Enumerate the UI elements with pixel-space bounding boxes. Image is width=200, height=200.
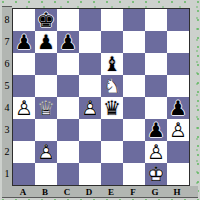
white-piece-outline: ♙	[13, 97, 35, 119]
black-pawn[interactable]: ♟	[13, 31, 35, 53]
square-a1[interactable]	[13, 163, 35, 185]
square-d1[interactable]	[79, 163, 101, 185]
black-piece-glyph: ♝	[101, 53, 123, 75]
square-b8[interactable]: ♚	[35, 9, 57, 31]
white-piece-outline: ♘	[101, 75, 123, 97]
square-c8[interactable]	[57, 9, 79, 31]
rank-label-1: 1	[2, 162, 12, 184]
square-f1[interactable]	[123, 163, 145, 185]
square-e7[interactable]	[101, 31, 123, 53]
square-f4[interactable]	[123, 97, 145, 119]
white-pawn[interactable]: ♟♙	[79, 97, 101, 119]
white-piece-outline: ♔	[145, 163, 167, 185]
square-d4[interactable]: ♟♙	[79, 97, 101, 119]
rank-label-7: 7	[2, 30, 12, 52]
square-h6[interactable]	[167, 53, 189, 75]
square-g7[interactable]	[145, 31, 167, 53]
black-piece-glyph: ♟	[13, 31, 35, 53]
square-h8[interactable]	[167, 9, 189, 31]
square-c7[interactable]: ♟	[57, 31, 79, 53]
white-piece-outline: ♕	[35, 97, 57, 119]
square-h7[interactable]	[167, 31, 189, 53]
square-c6[interactable]	[57, 53, 79, 75]
square-b1[interactable]	[35, 163, 57, 185]
square-e5[interactable]: ♞♘	[101, 75, 123, 97]
black-piece-glyph: ♟	[145, 119, 167, 141]
square-g6[interactable]	[145, 53, 167, 75]
square-h4[interactable]: ♟	[167, 97, 189, 119]
rank-label-4: 4	[2, 96, 12, 118]
black-bishop[interactable]: ♝	[101, 53, 123, 75]
square-f7[interactable]	[123, 31, 145, 53]
white-pawn[interactable]: ♟♙	[167, 119, 189, 141]
white-king[interactable]: ♚♔	[145, 163, 167, 185]
chess-window: 87654321 ♚♟♟♟♝♞♘♟♙♛♕♟♙♛♟♟♟♙♟♙♟♙♚♔ ABCDEF…	[0, 0, 200, 200]
rank-label-3: 3	[2, 118, 12, 140]
rank-labels: 87654321	[2, 8, 12, 184]
white-piece-outline: ♙	[145, 141, 167, 163]
square-e4[interactable]: ♛	[101, 97, 123, 119]
square-a3[interactable]	[13, 119, 35, 141]
square-g4[interactable]	[145, 97, 167, 119]
rank-label-2: 2	[2, 140, 12, 162]
square-d2[interactable]	[79, 141, 101, 163]
square-g1[interactable]: ♚♔	[145, 163, 167, 185]
square-b5[interactable]	[35, 75, 57, 97]
white-piece-outline: ♙	[167, 119, 189, 141]
black-king[interactable]: ♚	[35, 9, 57, 31]
square-e8[interactable]	[101, 9, 123, 31]
file-label-d: D	[78, 187, 100, 197]
square-d7[interactable]	[79, 31, 101, 53]
black-pawn[interactable]: ♟	[35, 31, 57, 53]
rank-label-6: 6	[2, 52, 12, 74]
square-h1[interactable]	[167, 163, 189, 185]
file-label-e: E	[100, 187, 122, 197]
square-g8[interactable]	[145, 9, 167, 31]
white-knight[interactable]: ♞♘	[101, 75, 123, 97]
square-c2[interactable]	[57, 141, 79, 163]
square-b3[interactable]	[35, 119, 57, 141]
square-g5[interactable]	[145, 75, 167, 97]
black-pawn[interactable]: ♟	[57, 31, 79, 53]
white-queen[interactable]: ♛♕	[35, 97, 57, 119]
black-piece-glyph: ♟	[167, 97, 189, 119]
square-d5[interactable]	[79, 75, 101, 97]
square-e3[interactable]	[101, 119, 123, 141]
square-f2[interactable]	[123, 141, 145, 163]
square-a2[interactable]	[13, 141, 35, 163]
file-label-b: B	[34, 187, 56, 197]
black-queen[interactable]: ♛	[101, 97, 123, 119]
square-a8[interactable]	[13, 9, 35, 31]
square-a7[interactable]: ♟	[13, 31, 35, 53]
file-label-g: G	[144, 187, 166, 197]
white-piece-outline: ♙	[35, 141, 57, 163]
square-b4[interactable]: ♛♕	[35, 97, 57, 119]
square-e6[interactable]: ♝	[101, 53, 123, 75]
square-e1[interactable]	[101, 163, 123, 185]
black-piece-glyph: ♛	[101, 97, 123, 119]
square-c4[interactable]	[57, 97, 79, 119]
square-b2[interactable]: ♟♙	[35, 141, 57, 163]
square-h3[interactable]: ♟♙	[167, 119, 189, 141]
square-c1[interactable]	[57, 163, 79, 185]
chess-board: ♚♟♟♟♝♞♘♟♙♛♕♟♙♛♟♟♟♙♟♙♟♙♚♔	[12, 8, 190, 186]
square-c3[interactable]	[57, 119, 79, 141]
black-piece-glyph: ♟	[57, 31, 79, 53]
square-a5[interactable]	[13, 75, 35, 97]
file-labels: ABCDEFGH	[12, 187, 188, 197]
black-piece-glyph: ♚	[35, 9, 57, 31]
square-d3[interactable]	[79, 119, 101, 141]
square-a6[interactable]	[13, 53, 35, 75]
square-e2[interactable]	[101, 141, 123, 163]
square-g3[interactable]: ♟	[145, 119, 167, 141]
black-pawn[interactable]: ♟	[167, 97, 189, 119]
black-pawn[interactable]: ♟	[145, 119, 167, 141]
white-pawn[interactable]: ♟♙	[145, 141, 167, 163]
square-f8[interactable]	[123, 9, 145, 31]
square-c5[interactable]	[57, 75, 79, 97]
square-h5[interactable]	[167, 75, 189, 97]
rank-label-5: 5	[2, 74, 12, 96]
square-d8[interactable]	[79, 9, 101, 31]
square-g2[interactable]: ♟♙	[145, 141, 167, 163]
file-label-a: A	[12, 187, 34, 197]
square-f6[interactable]	[123, 53, 145, 75]
square-b6[interactable]	[35, 53, 57, 75]
file-label-h: H	[166, 187, 188, 197]
square-a4[interactable]: ♟♙	[13, 97, 35, 119]
black-piece-glyph: ♟	[35, 31, 57, 53]
square-f3[interactable]	[123, 119, 145, 141]
white-pawn[interactable]: ♟♙	[35, 141, 57, 163]
square-h2[interactable]	[167, 141, 189, 163]
square-d6[interactable]	[79, 53, 101, 75]
file-label-c: C	[56, 187, 78, 197]
square-b7[interactable]: ♟	[35, 31, 57, 53]
white-pawn[interactable]: ♟♙	[13, 97, 35, 119]
file-label-f: F	[122, 187, 144, 197]
rank-label-8: 8	[2, 8, 12, 30]
square-f5[interactable]	[123, 75, 145, 97]
white-piece-outline: ♙	[79, 97, 101, 119]
